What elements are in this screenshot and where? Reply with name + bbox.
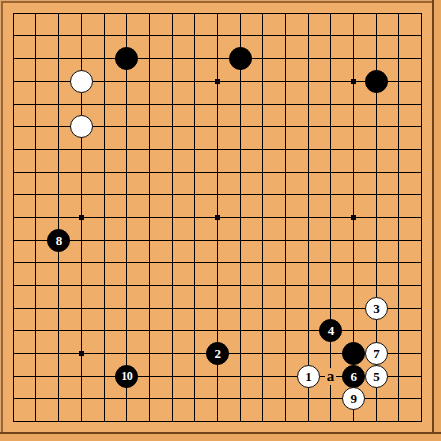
grid-line-horizontal bbox=[13, 262, 422, 263]
grid-line-horizontal bbox=[13, 421, 422, 422]
stone-white-move-7: 7 bbox=[365, 342, 388, 365]
stone-white-move-5: 5 bbox=[365, 365, 388, 388]
grid-line-vertical bbox=[308, 13, 309, 422]
star-point bbox=[351, 215, 356, 220]
stone-black-move-10: 10 bbox=[115, 365, 138, 388]
move-number: 6 bbox=[351, 370, 357, 383]
stone-black-move-4: 4 bbox=[319, 319, 342, 342]
stone-black bbox=[365, 70, 388, 93]
grid-line-horizontal bbox=[13, 308, 422, 309]
grid-line-vertical bbox=[398, 13, 399, 422]
stone-black bbox=[115, 47, 138, 70]
board-frame-edge-top bbox=[1, 1, 441, 3]
go-board: 12345678910 a bbox=[0, 0, 441, 441]
star-point bbox=[215, 79, 220, 84]
move-number: 10 bbox=[121, 370, 132, 382]
stone-black bbox=[229, 47, 252, 70]
stone-black-move-8: 8 bbox=[47, 229, 70, 252]
grid-line-vertical bbox=[240, 13, 241, 422]
point-label-a: a bbox=[325, 368, 337, 385]
stone-black-move-2: 2 bbox=[206, 342, 229, 365]
grid-line-vertical bbox=[285, 13, 286, 422]
grid-line-horizontal bbox=[13, 330, 422, 331]
star-point bbox=[215, 215, 220, 220]
star-point bbox=[79, 215, 84, 220]
move-number: 4 bbox=[328, 324, 334, 337]
move-number: 1 bbox=[305, 370, 311, 383]
grid-line-horizontal bbox=[13, 285, 422, 286]
stone-black-move-6: 6 bbox=[342, 365, 365, 388]
grid-line-vertical bbox=[330, 13, 331, 422]
grid-line-vertical bbox=[421, 13, 422, 422]
stone-white bbox=[70, 115, 93, 138]
grid-line-horizontal bbox=[13, 240, 422, 241]
move-number: 7 bbox=[373, 347, 379, 360]
move-number: 9 bbox=[351, 392, 357, 405]
move-number: 8 bbox=[56, 234, 62, 247]
stone-white-move-1: 1 bbox=[297, 365, 320, 388]
board-side-right bbox=[432, 0, 441, 441]
stone-white-move-9: 9 bbox=[342, 387, 365, 410]
stone-black bbox=[342, 342, 365, 365]
grid-line-vertical bbox=[262, 13, 263, 422]
move-number: 3 bbox=[373, 302, 379, 315]
star-point bbox=[79, 351, 84, 356]
star-point bbox=[351, 79, 356, 84]
stone-white bbox=[70, 70, 93, 93]
move-number: 2 bbox=[214, 347, 220, 360]
board-side-bottom bbox=[0, 432, 441, 441]
move-number: 5 bbox=[373, 370, 379, 383]
board-frame-edge-left bbox=[1, 1, 3, 441]
stone-white-move-3: 3 bbox=[365, 297, 388, 320]
